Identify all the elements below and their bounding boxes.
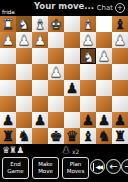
back-button[interactable]: ← <box>106 159 121 174</box>
forward-arrow-icon: → <box>124 161 128 173</box>
square-h8[interactable]: ♜ <box>0 128 16 144</box>
chat-plus-icon: + <box>115 3 125 13</box>
square-g6[interactable] <box>16 96 32 112</box>
square-c4[interactable] <box>80 64 96 80</box>
square-g8[interactable]: ♞ <box>16 128 32 144</box>
square-c1[interactable]: ♝ <box>80 16 96 32</box>
square-g4[interactable] <box>16 64 32 80</box>
square-c6[interactable] <box>80 96 96 112</box>
white-pawn: ♟ <box>0 32 16 48</box>
square-c3[interactable]: ♞ <box>80 48 96 64</box>
square-h3[interactable] <box>0 48 16 64</box>
square-f5[interactable] <box>32 80 48 96</box>
white-pawn: ♟ <box>16 32 32 48</box>
square-c5[interactable] <box>80 80 96 96</box>
black-rook: ♜ <box>112 128 128 144</box>
square-c7[interactable]: ♟ <box>80 112 96 128</box>
chess-board[interactable]: ♜♞♝♚♝♝♟♟♟♟♟♞♟♟♟♟♟♟♟♟♜♞♚♛♝♞♜ <box>0 16 128 144</box>
square-a3[interactable] <box>112 48 128 64</box>
square-a6[interactable] <box>112 96 128 112</box>
skip-to-start-button[interactable]: ◀◀ <box>90 159 105 174</box>
square-b6[interactable] <box>96 96 112 112</box>
square-g3[interactable] <box>16 48 32 64</box>
square-h2[interactable]: ♟ <box>0 32 16 48</box>
make-move-button[interactable]: Make Move <box>32 157 59 179</box>
white-bishop: ♝ <box>32 16 48 32</box>
square-d6[interactable] <box>64 96 80 112</box>
white-knight: ♞ <box>81 49 97 65</box>
black-pawn: ♟ <box>0 112 16 128</box>
square-d2[interactable] <box>64 32 80 48</box>
top-bar: Your move... Chat + frida <box>0 0 128 16</box>
square-f6[interactable] <box>32 96 48 112</box>
square-h6[interactable] <box>0 96 16 112</box>
square-c2[interactable]: ♟ <box>80 32 96 48</box>
black-knight: ♞ <box>96 128 112 144</box>
square-a8[interactable]: ♜ <box>112 128 128 144</box>
square-h5[interactable] <box>0 80 16 96</box>
end-game-button[interactable]: End Game <box>2 157 29 179</box>
square-d1[interactable] <box>64 16 80 32</box>
white-pawn: ♟ <box>112 32 128 48</box>
square-e2[interactable] <box>48 32 64 48</box>
square-e5[interactable] <box>48 80 64 96</box>
black-king: ♚ <box>48 128 64 144</box>
back-arrow-icon: ← <box>109 161 117 173</box>
square-d4[interactable] <box>64 64 80 80</box>
square-e7[interactable] <box>48 112 64 128</box>
white-knight: ♞ <box>16 16 32 32</box>
square-h1[interactable]: ♜ <box>0 16 16 32</box>
square-b1[interactable] <box>96 16 112 32</box>
square-h7[interactable]: ♟ <box>0 112 16 128</box>
square-f2[interactable]: ♟ <box>32 32 48 48</box>
square-b7[interactable]: ♟ <box>96 112 112 128</box>
black-pawn: ♟ <box>80 112 96 128</box>
square-g1[interactable]: ♞ <box>16 16 32 32</box>
square-a2[interactable]: ♟ <box>112 32 128 48</box>
black-pawn: ♟ <box>32 112 48 128</box>
square-b2[interactable] <box>96 32 112 48</box>
square-g5[interactable] <box>16 80 32 96</box>
square-f4[interactable] <box>32 64 48 80</box>
white-pawn: ♟ <box>80 32 96 48</box>
square-d7[interactable] <box>64 112 80 128</box>
square-g2[interactable]: ♟ <box>16 32 32 48</box>
skip-to-start-icon: ◀◀ <box>93 163 101 171</box>
square-d5[interactable]: ♟ <box>64 80 80 96</box>
square-f3[interactable] <box>32 48 48 64</box>
black-bishop: ♝ <box>112 16 128 32</box>
square-c8[interactable]: ♝ <box>80 128 96 144</box>
square-e6[interactable] <box>48 96 64 112</box>
square-f1[interactable]: ♝ <box>32 16 48 32</box>
opponent-name: frida <box>2 9 15 15</box>
square-b5[interactable] <box>96 80 112 96</box>
white-pawn: ♟ <box>96 48 112 64</box>
square-a4[interactable] <box>112 64 128 80</box>
square-f7[interactable]: ♟ <box>32 112 48 128</box>
white-pawn: ♟ <box>48 64 64 80</box>
black-pawn: ♟ <box>96 112 112 128</box>
toolbar: End Game Make Move Plan Moves ◀◀ ← → <box>0 157 128 182</box>
square-b4[interactable] <box>96 64 112 80</box>
chat-button[interactable]: Chat + <box>97 3 125 13</box>
black-bishop: ♝ <box>80 128 96 144</box>
captured-pieces-tray: ♛♜♟ ♟ x2 <box>0 144 128 157</box>
square-e8[interactable]: ♚ <box>48 128 64 144</box>
square-a5[interactable] <box>112 80 128 96</box>
white-rook: ♜ <box>0 16 16 32</box>
square-b8[interactable]: ♞ <box>96 128 112 144</box>
white-pawn: ♟ <box>32 32 48 48</box>
square-h4[interactable] <box>0 64 16 80</box>
square-a7[interactable]: ♟ <box>112 112 128 128</box>
black-queen: ♛ <box>64 128 80 144</box>
black-rook: ♜ <box>0 128 16 144</box>
forward-button[interactable]: → <box>121 159 128 174</box>
square-g7[interactable] <box>16 112 32 128</box>
black-pawn: ♟ <box>64 80 80 96</box>
square-e4[interactable]: ♟ <box>48 64 64 80</box>
square-e3[interactable] <box>48 48 64 64</box>
square-f8[interactable] <box>32 128 48 144</box>
white-king: ♚ <box>48 16 64 32</box>
black-knight: ♞ <box>16 128 32 144</box>
plan-moves-button[interactable]: Plan Moves <box>62 157 89 179</box>
square-a1[interactable]: ♝ <box>112 16 128 32</box>
black-pawn: ♟ <box>112 112 128 128</box>
square-d3[interactable] <box>64 48 80 64</box>
captured-black-count: x2 <box>72 148 79 155</box>
chat-label: Chat <box>97 4 113 12</box>
square-b3[interactable]: ♟ <box>96 48 112 64</box>
white-bishop: ♝ <box>80 16 96 32</box>
captured-white-pieces: ♛♜♟ <box>2 145 23 155</box>
captured-black-pawn-icon: ♟ <box>62 145 70 155</box>
square-d8[interactable]: ♛ <box>64 128 80 144</box>
square-e1[interactable]: ♚ <box>48 16 64 32</box>
chess-app-window: Your move... Chat + frida ♜♞♝♚♝♝♟♟♟♟♟♞♟♟… <box>0 0 128 182</box>
